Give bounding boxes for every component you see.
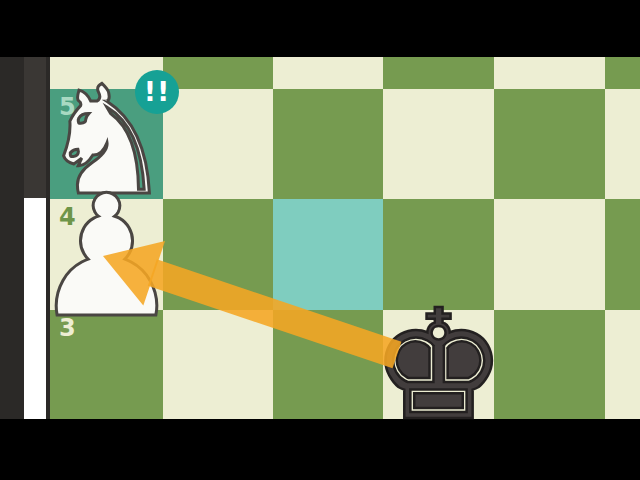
chess-board[interactable]: 543 ♞♟♚ !! (50, 57, 640, 419)
letterbox-top (0, 0, 640, 57)
letterbox-bottom (0, 419, 640, 480)
square-a3[interactable]: 3 (50, 310, 163, 419)
square-e4[interactable] (494, 199, 605, 310)
square-f3[interactable] (605, 310, 640, 419)
square-e5[interactable] (494, 89, 605, 199)
square-d4[interactable] (383, 199, 494, 310)
square-b3[interactable] (163, 310, 273, 419)
square-e6[interactable] (494, 57, 605, 89)
brilliant-move-badge: !! (135, 70, 179, 114)
square-e3[interactable] (494, 310, 605, 419)
square-f6[interactable] (605, 57, 640, 89)
square-d5[interactable] (383, 89, 494, 199)
square-a4[interactable]: 4 (50, 199, 163, 310)
square-c6[interactable] (273, 57, 383, 89)
square-b5[interactable] (163, 89, 273, 199)
square-c5[interactable] (273, 89, 383, 199)
square-f5[interactable] (605, 89, 640, 199)
board-squares: 543 (50, 57, 640, 419)
rank-label-3: 3 (59, 314, 76, 342)
evaluation-bar-white-portion (24, 198, 46, 419)
square-d3[interactable] (383, 310, 494, 419)
square-f4[interactable] (605, 199, 640, 310)
evaluation-bar (24, 57, 46, 419)
square-d6[interactable] (383, 57, 494, 89)
side-panel (0, 57, 50, 419)
rank-label-5: 5 (59, 93, 76, 121)
square-b6[interactable] (163, 57, 273, 89)
brilliant-move-label: !! (144, 76, 171, 107)
rank-label-4: 4 (59, 203, 76, 231)
square-b4[interactable] (163, 199, 273, 310)
square-c4[interactable] (273, 199, 383, 310)
square-c3[interactable] (273, 310, 383, 419)
